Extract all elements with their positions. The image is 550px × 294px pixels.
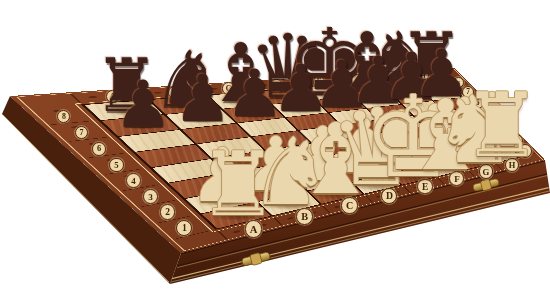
- label-left-rank-5: 5: [109, 158, 123, 172]
- label-left-rank-8: 8: [57, 110, 70, 123]
- label-left-rank-2: 2: [160, 204, 176, 220]
- board-overlay: 1122334455667788AABBCCDDEEFFGGHH♜♞♝♛♚♝♞♜…: [0, 0, 550, 294]
- label-left-rank-1: 1: [176, 220, 192, 236]
- label-left-rank-6: 6: [92, 142, 106, 156]
- label-left-rank-4: 4: [126, 173, 141, 188]
- black-pawn-a7: ♟: [114, 72, 172, 137]
- black-pawn-b7: ♟: [173, 66, 231, 131]
- label-left-rank-3: 3: [143, 189, 158, 204]
- white-rook-h1: ♜: [462, 82, 542, 171]
- chess-set-photo: 1122334455667788AABBCCDDEEFFGGHH♜♞♝♛♚♝♞♜…: [0, 0, 550, 294]
- label-left-rank-7: 7: [75, 126, 89, 140]
